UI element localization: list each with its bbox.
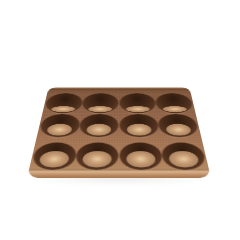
muffin-cup-r2c1 bbox=[39, 114, 81, 137]
muffin-cup-r2c3 bbox=[120, 114, 159, 137]
muffin-cup-r2c2 bbox=[79, 114, 118, 137]
muffin-cup-r1c1 bbox=[44, 93, 83, 113]
cup-grid bbox=[27, 88, 211, 178]
muffin-cup-r3c4 bbox=[161, 143, 207, 170]
muffin-cup-r1c3 bbox=[120, 93, 157, 113]
muffin-cup-r1c2 bbox=[82, 93, 119, 113]
pan-front-edge bbox=[27, 169, 211, 178]
photo-background bbox=[0, 0, 240, 240]
muffin-cup-r1c4 bbox=[155, 93, 194, 113]
muffin-cup-r3c2 bbox=[75, 143, 118, 170]
muffin-cup-r3c1 bbox=[31, 143, 77, 170]
muffin-cup-r3c3 bbox=[120, 143, 163, 170]
muffin-pan bbox=[27, 88, 211, 178]
muffin-cup-r2c4 bbox=[157, 114, 199, 137]
